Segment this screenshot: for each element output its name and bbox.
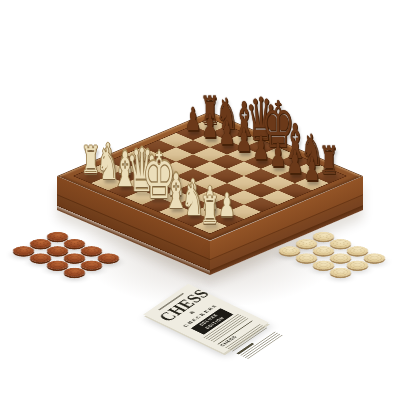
black-pawn-h7[interactable]: ♟ xyxy=(303,154,320,186)
black-pawn-f7[interactable]: ♟ xyxy=(269,140,286,172)
black-rook-h8[interactable]: ♜ xyxy=(319,141,339,179)
black-pawn-e7[interactable]: ♟ xyxy=(253,133,270,165)
pieces-layer: ♜♞♝♛♚♝♞♜♟♟♟♟♟♟♟♟♟♟♟♟♟♟♟♟♜♞♝♛♚♝♞♜ xyxy=(0,0,416,416)
black-pawn-c7[interactable]: ♟ xyxy=(219,118,236,150)
black-pawn-b7[interactable]: ♟ xyxy=(202,111,219,143)
chess-set-photo: ♜♞♝♛♚♝♞♜♟♟♟♟♟♟♟♟♟♟♟♟♟♟♟♟♜♞♝♛♚♝♞♜ CHESS &… xyxy=(0,0,416,416)
white-pawn-h2[interactable]: ♟ xyxy=(219,190,236,222)
black-pawn-d7[interactable]: ♟ xyxy=(236,126,253,158)
black-pawn-g7[interactable]: ♟ xyxy=(286,147,303,179)
white-rook-h1[interactable]: ♜ xyxy=(200,191,220,229)
black-pawn-a7[interactable]: ♟ xyxy=(185,104,202,136)
